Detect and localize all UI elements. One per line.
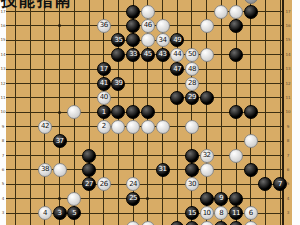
black-stone-move-3[interactable]: 3 [53,206,67,220]
black-stone-move-9[interactable]: 9 [214,192,228,206]
row-label-right: 16 [284,24,291,28]
row-label-left: 3 [0,211,6,215]
black-stone-move-15[interactable]: 15 [185,206,199,220]
white-stone[interactable] [200,163,214,177]
black-stone[interactable] [200,192,214,206]
black-stone[interactable] [111,48,125,62]
row-label-left: 4 [0,197,6,201]
white-stone[interactable] [53,163,67,177]
white-stone-move-10[interactable]: 10 [200,206,214,220]
white-stone[interactable] [244,134,258,148]
black-stone[interactable] [229,19,243,33]
row-label-right: 6 [284,168,291,172]
go-app-screen: 3646353449334543445017474841392840291422… [0,0,300,225]
white-stone-move-6[interactable]: 6 [244,206,258,220]
grid-line-horizontal [6,184,282,185]
black-stone[interactable] [82,163,96,177]
white-stone-move-36[interactable]: 36 [97,19,111,33]
black-stone-move-31[interactable]: 31 [156,163,170,177]
row-label-left: 13 [0,67,6,71]
black-stone[interactable] [200,91,214,105]
row-label-right: 7 [284,153,291,157]
row-label-right: 5 [284,182,291,186]
row-label-right: 8 [284,139,291,143]
white-stone-move-2[interactable]: 2 [97,120,111,134]
white-stone[interactable] [229,5,243,19]
black-stone[interactable] [126,5,140,19]
black-stone[interactable] [244,5,258,19]
row-label-right: 17 [284,9,291,13]
row-label-left: 14 [0,53,6,57]
row-label-right: 11 [284,96,291,100]
white-stone-move-40[interactable]: 40 [97,91,111,105]
black-stone-move-17[interactable]: 17 [97,62,111,76]
row-label-right: 14 [284,53,291,57]
white-stone-move-44[interactable]: 44 [170,48,184,62]
board-right-edge [282,0,284,225]
black-stone-move-1[interactable]: 1 [97,105,111,119]
black-stone-move-43[interactable]: 43 [156,48,170,62]
black-stone-move-39[interactable]: 39 [111,77,125,91]
row-label-left: 10 [0,110,6,114]
white-stone[interactable] [126,120,140,134]
white-stone[interactable] [141,120,155,134]
white-stone-move-48[interactable]: 48 [185,62,199,76]
grid-line-horizontal [6,141,282,142]
row-label-left: 6 [0,168,6,172]
white-stone-move-4[interactable]: 4 [38,206,52,220]
white-stone-move-46[interactable]: 46 [141,19,155,33]
row-label-right: 13 [284,67,291,71]
black-stone[interactable] [82,149,96,163]
black-stone-move-41[interactable]: 41 [97,77,111,91]
black-stone[interactable] [185,163,199,177]
black-stone[interactable] [185,149,199,163]
black-stone[interactable] [229,48,243,62]
black-stone-move-25[interactable]: 25 [126,192,140,206]
white-stone[interactable] [67,192,81,206]
white-stone[interactable] [185,120,199,134]
row-label-left: 16 [0,24,6,28]
row-label-left: 5 [0,182,6,186]
star-point [58,111,61,114]
white-stone[interactable] [200,19,214,33]
row-label-left: 12 [0,81,6,85]
black-stone[interactable] [141,105,155,119]
row-label-left: 7 [0,153,6,157]
white-stone-move-26[interactable]: 26 [97,177,111,191]
white-stone-move-42[interactable]: 42 [38,120,52,134]
row-label-left: 8 [0,139,6,143]
row-label-left: 9 [0,125,6,129]
black-stone[interactable] [244,105,258,119]
grid-line-horizontal [6,97,282,98]
black-stone[interactable] [244,163,258,177]
grid-line-horizontal [6,69,282,70]
row-label-right: 10 [284,110,291,114]
row-label-right: 9 [284,125,291,129]
white-stone[interactable] [111,120,125,134]
row-label-right: 12 [284,81,291,85]
white-stone-move-34[interactable]: 34 [156,33,170,47]
black-stone-move-11[interactable]: 11 [229,206,243,220]
white-stone[interactable] [156,19,170,33]
white-stone[interactable] [229,149,243,163]
grid-line-horizontal [6,83,282,84]
black-stone[interactable] [126,19,140,33]
white-stone-move-28[interactable]: 28 [185,77,199,91]
right-margin-strip [292,0,300,225]
white-stone-move-32[interactable]: 32 [200,149,214,163]
white-stone[interactable] [156,120,170,134]
white-stone[interactable] [141,5,155,19]
row-label-right: 4 [284,197,291,201]
row-label-left: 15 [0,38,6,42]
black-stone[interactable] [170,91,184,105]
row-label-right: 15 [284,38,291,42]
row-label-left: 11 [0,96,6,100]
black-stone[interactable] [229,192,243,206]
white-stone[interactable] [141,33,155,47]
black-stone-move-33[interactable]: 33 [126,48,140,62]
row-label-right: 3 [284,211,291,215]
black-stone-move-37[interactable]: 37 [53,134,67,148]
white-stone-move-50[interactable]: 50 [185,48,199,62]
white-stone[interactable] [200,48,214,62]
white-stone[interactable] [214,5,228,19]
black-stone-move-45[interactable]: 45 [141,48,155,62]
page-title: 技能指南 [1,0,73,12]
black-stone-move-29[interactable]: 29 [185,91,199,105]
white-stone-move-38[interactable]: 38 [38,163,52,177]
